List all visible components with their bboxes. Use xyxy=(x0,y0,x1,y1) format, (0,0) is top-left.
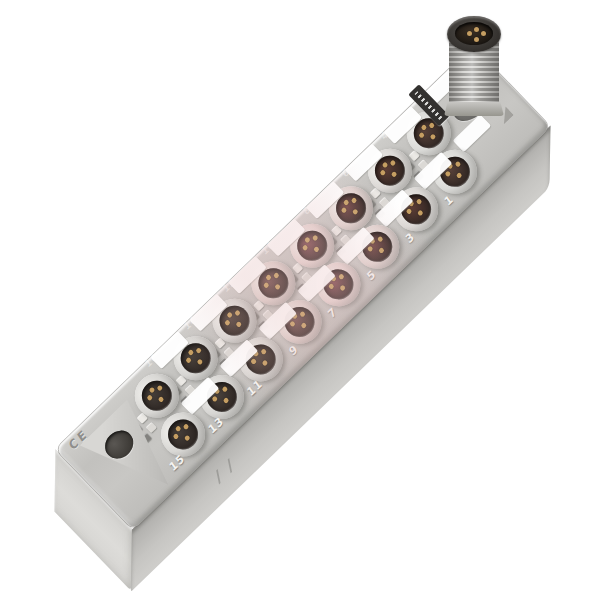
m12-base-collar xyxy=(444,102,504,116)
m8-pin xyxy=(224,319,231,326)
m8-pin xyxy=(260,348,267,355)
m8-pin xyxy=(417,209,424,216)
m8-pin xyxy=(182,423,189,430)
m8-pin xyxy=(391,171,398,178)
m8-pin xyxy=(274,283,281,290)
m8-pin xyxy=(156,385,163,392)
m8-pin xyxy=(304,236,311,243)
m8-pin xyxy=(340,207,347,214)
m12-pin xyxy=(474,27,479,32)
module-top-face: 12345678910111213141516 CE xyxy=(55,46,550,529)
m8-pin xyxy=(221,386,228,393)
m12-socket-face xyxy=(455,22,493,45)
m8-pin xyxy=(175,425,182,432)
m8-pin xyxy=(195,347,202,354)
m8-pin xyxy=(300,322,307,329)
io-module-body: 12345678910111213141516 CE xyxy=(55,46,550,529)
m8-pin xyxy=(261,359,268,366)
mold-mark xyxy=(216,458,232,484)
product-photo-scene: 12345678910111213141516 CE xyxy=(0,0,600,600)
status-led xyxy=(146,422,157,433)
m8-pin xyxy=(313,246,320,253)
m8-pin xyxy=(146,394,153,401)
m8-pin xyxy=(338,273,345,280)
m8-pin xyxy=(429,133,436,140)
port-array: 12345678910111213141516 xyxy=(55,46,472,449)
m8-pin xyxy=(456,172,463,179)
m8-pin xyxy=(444,170,451,177)
m8-pin xyxy=(299,311,306,318)
m12-cap-ring xyxy=(447,16,501,52)
m12-pin xyxy=(474,37,479,42)
m8-pin xyxy=(420,124,427,131)
m8-pin xyxy=(273,272,280,279)
m8-pin xyxy=(185,357,192,364)
m8-pin xyxy=(263,282,270,289)
m8-pin xyxy=(418,132,425,139)
m8-pin xyxy=(234,309,241,316)
m8-pin xyxy=(428,122,435,129)
m8-pin xyxy=(378,247,385,254)
m12-connector xyxy=(444,16,504,116)
m8-pin xyxy=(367,245,374,252)
m8-pin xyxy=(379,169,386,176)
m8-pin xyxy=(302,244,309,251)
m8-pin xyxy=(289,320,296,327)
m8-pin xyxy=(265,274,272,281)
m8-pin xyxy=(223,397,230,404)
m8-pin xyxy=(328,283,335,290)
m8-pin xyxy=(389,159,396,166)
m8-pin xyxy=(454,161,461,168)
m8-pin xyxy=(172,433,179,440)
m8-pin xyxy=(157,396,164,403)
m8-pin xyxy=(312,234,319,241)
m8-pin xyxy=(382,161,389,168)
m8-pin xyxy=(196,358,203,365)
m8-pin xyxy=(350,197,357,204)
m8-pin xyxy=(377,236,384,243)
m8-pin xyxy=(226,311,233,318)
m12-pin xyxy=(467,31,472,36)
m8-pin xyxy=(416,198,423,205)
m12-pin xyxy=(481,31,486,36)
m8-pin xyxy=(339,284,346,291)
m8-pin xyxy=(250,358,257,365)
m8-pin xyxy=(352,208,359,215)
m8-pin xyxy=(148,386,155,393)
m8-pin xyxy=(184,434,191,441)
m8-pin xyxy=(235,321,242,328)
m8-pin xyxy=(343,199,350,206)
m8-pin xyxy=(211,395,218,402)
m8-pin xyxy=(405,208,412,215)
m8-pin xyxy=(187,349,194,356)
